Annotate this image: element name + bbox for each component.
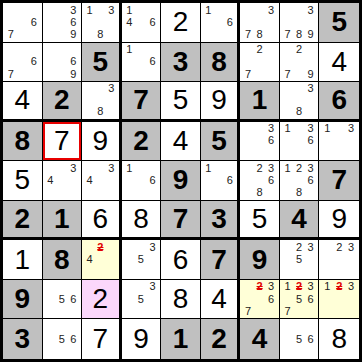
cell-r9c7[interactable]: 4 [240,319,280,359]
cell-r3c4[interactable]: 7 [122,82,162,122]
cell-r7c5[interactable]: 6 [161,240,201,280]
empty-candidate-slot [68,44,80,56]
empty-candidate-slot [254,147,266,159]
cell-r8c3[interactable]: 2 [82,280,122,320]
cell-r9c9[interactable]: 8 [319,319,359,359]
candidate-6: 6 [147,16,159,28]
solved-digit: 4 [331,48,347,76]
cell-r3c6[interactable]: 9 [201,82,241,122]
cell-r2c9[interactable]: 4 [319,43,359,83]
empty-candidate-slot [305,266,317,278]
empty-candidate-slot [282,4,294,16]
empty-candidate-slot [68,281,80,293]
cell-r4c2[interactable]: 7 [43,122,83,162]
empty-candidate-slot [282,56,294,68]
cell-r5c5[interactable]: 9 [161,161,201,201]
cell-r3c8[interactable]: 38 [280,82,320,122]
empty-candidate-slot [293,174,305,186]
cell-r7c7[interactable]: 9 [240,240,280,280]
cell-r9c6[interactable]: 2 [201,319,241,359]
solved-digit: 5 [14,166,30,194]
empty-candidate-slot [106,241,117,253]
given-digit: 2 [211,325,227,353]
candidate-grid: 24 [84,241,117,278]
empty-candidate-slot [28,68,40,80]
given-digit: 8 [54,246,70,274]
candidate-3: 3 [345,281,357,293]
candidate-1: 1 [282,281,294,293]
empty-candidate-slot [293,320,305,333]
empty-candidate-slot [17,56,29,68]
candidate-6: 6 [224,16,235,28]
cell-r7c6[interactable]: 7 [201,240,241,280]
empty-candidate-slot [345,293,357,305]
empty-candidate-slot [135,305,147,317]
cell-r9c5[interactable]: 1 [161,319,201,359]
empty-candidate-slot [84,106,95,118]
empty-candidate-slot [45,56,57,68]
given-digit: 1 [54,205,70,233]
empty-candidate-slot [124,241,136,253]
cell-r4c3[interactable]: 9 [82,122,122,162]
empty-candidate-slot [345,266,357,278]
empty-candidate-slot [293,147,305,159]
empty-candidate-slot [147,162,159,174]
cell-r8c1[interactable]: 9 [3,280,43,320]
candidate-5: 5 [56,333,68,346]
solved-digit: 4 [173,127,189,155]
empty-candidate-slot [56,187,68,199]
cell-r7c2[interactable]: 8 [43,240,83,280]
empty-candidate-slot [203,187,214,199]
cell-r1c4[interactable]: 146 [122,3,162,43]
empty-candidate-slot [265,44,277,56]
cell-r7c4[interactable]: 35 [122,240,162,280]
cell-r6c3[interactable]: 6 [82,201,122,241]
empty-candidate-slot [293,345,305,358]
empty-candidate-slot [305,56,317,68]
cell-r4c6[interactable]: 5 [201,122,241,162]
empty-candidate-slot [135,56,147,68]
empty-candidate-slot [56,345,68,358]
candidate-7: 7 [282,68,294,80]
given-digit: 9 [173,166,189,194]
solved-digit: 4 [14,86,30,114]
empty-candidate-slot [293,4,305,16]
candidate-1: 1 [124,44,136,56]
candidate-grid: 378 [242,4,277,41]
candidate-9: 9 [305,68,317,80]
cell-r5c1[interactable]: 5 [3,161,43,201]
candidate-5: 5 [135,293,147,305]
candidate-7: 7 [242,68,254,80]
empty-candidate-slot [321,135,333,147]
empty-candidate-slot [242,293,254,305]
empty-candidate-slot [45,68,57,80]
cell-r1c7[interactable]: 378 [240,3,280,43]
empty-candidate-slot [95,83,106,95]
empty-candidate-slot [45,187,57,199]
candidate-5: 5 [293,333,305,346]
cell-r3c9[interactable]: 6 [319,82,359,122]
cell-r2c6[interactable]: 8 [201,43,241,83]
empty-candidate-slot [254,56,266,68]
cell-r6c8[interactable]: 4 [280,201,320,241]
empty-candidate-slot [333,147,345,159]
candidate-2: 2 [293,162,305,174]
cell-r9c3[interactable]: 7 [82,319,122,359]
candidate-8: 8 [254,28,266,40]
empty-candidate-slot [333,123,345,135]
cell-r7c8[interactable]: 235 [280,240,320,280]
empty-candidate-slot [106,187,117,199]
candidate-3: 3 [305,241,317,253]
candidate-grid: 34 [45,162,80,199]
cell-r2c3[interactable]: 5 [82,43,122,83]
cell-r9c1[interactable]: 3 [3,319,43,359]
given-digit: 1 [252,86,268,114]
empty-candidate-slot [254,174,266,186]
cell-r8c8[interactable]: 123567 [280,280,320,320]
cell-r8c5[interactable]: 8 [161,280,201,320]
empty-candidate-slot [203,28,214,40]
candidate-4: 4 [84,254,95,266]
cell-r6c6[interactable]: 3 [201,201,241,241]
cell-r5c3[interactable]: 34 [82,161,122,201]
eliminated-candidate-2: 2 [254,281,266,293]
empty-candidate-slot [84,241,95,253]
cell-r8c2[interactable]: 56 [43,280,83,320]
empty-candidate-slot [242,147,254,159]
empty-candidate-slot [282,254,294,266]
given-digit: 7 [173,205,189,233]
cell-r5c6[interactable]: 16 [201,161,241,201]
cell-r6c7[interactable]: 5 [240,201,280,241]
empty-candidate-slot [95,16,106,28]
empty-candidate-slot [124,305,136,317]
empty-candidate-slot [68,305,80,317]
empty-candidate-slot [254,293,266,305]
cell-r8c9[interactable]: 123 [319,280,359,320]
empty-candidate-slot [305,254,317,266]
empty-candidate-slot [124,174,136,186]
candidate-7: 7 [242,28,254,40]
cell-r3c5[interactable]: 5 [161,82,201,122]
empty-candidate-slot [214,162,225,174]
cell-r5c8[interactable]: 12368 [280,161,320,201]
cell-r6c2[interactable]: 1 [43,201,83,241]
candidate-2: 2 [333,241,345,253]
empty-candidate-slot [124,68,136,80]
candidate-8: 8 [95,106,106,118]
candidate-6: 6 [147,174,159,186]
solved-digit: 1 [14,246,30,274]
cell-r2c1[interactable]: 67 [3,43,43,83]
empty-candidate-slot [293,56,305,68]
cell-r5c9[interactable]: 7 [319,161,359,201]
empty-candidate-slot [305,320,317,333]
candidate-8: 8 [293,106,305,118]
candidate-grid: 38 [282,83,317,118]
candidate-9: 9 [305,28,317,40]
candidate-8: 8 [95,28,106,40]
empty-candidate-slot [242,162,254,174]
empty-candidate-slot [305,95,317,107]
empty-candidate-slot [321,147,333,159]
cell-r6c5[interactable]: 7 [161,201,201,241]
cell-r7c1[interactable]: 1 [3,240,43,280]
candidate-3: 3 [106,4,117,16]
empty-candidate-slot [242,281,254,293]
empty-candidate-slot [106,95,117,107]
empty-candidate-slot [68,174,80,186]
empty-candidate-slot [56,305,68,317]
candidate-7: 7 [282,305,294,317]
empty-candidate-slot [147,305,159,317]
candidate-3: 3 [147,241,159,253]
candidate-3: 3 [345,123,357,135]
cell-r8c4[interactable]: 35 [122,280,162,320]
empty-candidate-slot [282,241,294,253]
candidate-1: 1 [203,162,214,174]
cell-r1c6[interactable]: 16 [201,3,241,43]
candidate-7: 7 [282,28,294,40]
cell-r5c4[interactable]: 16 [122,161,162,201]
cell-r4c5[interactable]: 4 [161,122,201,162]
cell-r3c7[interactable]: 1 [240,82,280,122]
empty-candidate-slot [45,16,57,28]
empty-candidate-slot [124,293,136,305]
empty-candidate-slot [321,266,333,278]
empty-candidate-slot [345,147,357,159]
empty-candidate-slot [147,187,159,199]
solved-digit: 2 [93,285,109,313]
cell-r8c6[interactable]: 4 [201,280,241,320]
empty-candidate-slot [293,305,305,317]
given-digit: 5 [211,127,227,155]
empty-candidate-slot [147,44,159,56]
cell-r2c7[interactable]: 27 [240,43,280,83]
empty-candidate-slot [124,187,136,199]
given-digit: 4 [252,325,268,353]
solved-digit: 9 [93,127,109,155]
cell-r9c8[interactable]: 56 [280,319,320,359]
empty-candidate-slot [124,281,136,293]
candidate-6: 6 [305,333,317,346]
candidate-6: 6 [147,56,159,68]
empty-candidate-slot [147,254,159,266]
candidate-6: 6 [265,174,277,186]
empty-candidate-slot [147,28,159,40]
candidate-3: 3 [305,123,317,135]
candidate-1: 1 [84,4,95,16]
cell-r9c4[interactable]: 9 [122,319,162,359]
eliminated-candidate-2: 2 [333,281,345,293]
candidate-4: 4 [124,16,136,28]
candidate-grid: 123567 [282,281,317,318]
candidate-3: 3 [305,83,317,95]
candidate-grid: 67 [5,44,40,81]
empty-candidate-slot [56,4,68,16]
given-digit: 3 [14,325,30,353]
solved-digit: 6 [173,246,189,274]
empty-candidate-slot [124,56,136,68]
cell-r1c2[interactable]: 369 [43,3,83,43]
candidate-grid: 13 [321,123,357,160]
cell-r6c4[interactable]: 8 [122,201,162,241]
candidate-grid: 123 [321,281,357,318]
empty-candidate-slot [265,68,277,80]
cell-r4c8[interactable]: 136 [280,122,320,162]
candidate-3: 3 [106,162,117,174]
candidate-grid: 369 [45,4,80,41]
empty-candidate-slot [224,187,235,199]
empty-candidate-slot [333,305,345,317]
candidate-4: 4 [84,174,95,186]
candidate-grid: 16 [203,162,236,199]
empty-candidate-slot [106,106,117,118]
empty-candidate-slot [214,187,225,199]
cell-r6c1[interactable]: 2 [3,201,43,241]
empty-candidate-slot [242,123,254,135]
cell-r2c8[interactable]: 279 [280,43,320,83]
empty-candidate-slot [45,281,57,293]
empty-candidate-slot [242,187,254,199]
empty-candidate-slot [282,174,294,186]
empty-candidate-slot [95,162,106,174]
cell-r8c7[interactable]: 2367 [240,280,280,320]
empty-candidate-slot [45,345,57,358]
candidate-6: 6 [224,174,235,186]
cell-r5c7[interactable]: 2368 [240,161,280,201]
empty-candidate-slot [242,44,254,56]
candidate-grid: 136 [282,123,317,160]
candidate-grid: 23 [321,241,357,278]
given-digit: 2 [54,86,70,114]
solved-digit: 6 [93,205,109,233]
empty-candidate-slot [293,83,305,95]
candidate-5: 5 [56,293,68,305]
given-digit: 2 [133,127,149,155]
cell-r1c3[interactable]: 138 [82,3,122,43]
empty-candidate-slot [124,28,136,40]
empty-candidate-slot [95,187,106,199]
empty-candidate-slot [147,68,159,80]
cell-r1c1[interactable]: 67 [3,3,43,43]
empty-candidate-slot [282,320,294,333]
solved-digit: 9 [331,205,347,233]
empty-candidate-slot [282,345,294,358]
cell-r1c8[interactable]: 3789 [280,3,320,43]
candidate-5: 5 [293,293,305,305]
cell-r3c3[interactable]: 38 [82,82,122,122]
candidate-8: 8 [293,187,305,199]
candidate-4: 4 [45,174,57,186]
solved-digit: 5 [173,86,189,114]
candidate-7: 7 [5,28,17,40]
candidate-6: 6 [28,56,40,68]
empty-candidate-slot [265,187,277,199]
candidate-grid: 16 [124,44,159,81]
empty-candidate-slot [5,4,17,16]
cell-r4c9[interactable]: 13 [319,122,359,162]
candidate-6: 6 [305,174,317,186]
empty-candidate-slot [84,95,95,107]
empty-candidate-slot [56,44,68,56]
empty-candidate-slot [305,187,317,199]
cell-r2c4[interactable]: 16 [122,43,162,83]
empty-candidate-slot [282,135,294,147]
candidate-3: 3 [106,83,117,95]
cell-r1c5[interactable]: 2 [161,3,201,43]
candidate-1: 1 [124,162,136,174]
cell-r7c3[interactable]: 24 [82,240,122,280]
candidate-grid: 235 [282,241,317,278]
candidate-6: 6 [305,293,317,305]
solved-digit: 8 [331,325,347,353]
empty-candidate-slot [254,135,266,147]
cell-r9c2[interactable]: 56 [43,319,83,359]
empty-candidate-slot [333,266,345,278]
cell-r6c9[interactable]: 9 [319,201,359,241]
solved-digit: 8 [133,205,149,233]
empty-candidate-slot [242,4,254,16]
empty-candidate-slot [224,162,235,174]
solved-digit: 7 [54,127,70,155]
solved-digit: 2 [173,8,189,36]
candidate-grid: 35 [124,241,159,278]
candidate-grid: 67 [5,4,40,41]
solved-digit: 7 [93,325,109,353]
cell-r1c9[interactable]: 5 [319,3,359,43]
cell-r5c2[interactable]: 34 [43,161,83,201]
cell-r7c9[interactable]: 23 [319,240,359,280]
empty-candidate-slot [293,16,305,28]
empty-candidate-slot [242,135,254,147]
cell-r2c5[interactable]: 3 [161,43,201,83]
empty-candidate-slot [321,241,333,253]
empty-candidate-slot [282,106,294,118]
cell-r3c2[interactable]: 2 [43,82,83,122]
cell-r4c4[interactable]: 2 [122,122,162,162]
eliminated-candidate-2: 2 [293,281,305,293]
cell-r4c1[interactable]: 8 [3,122,43,162]
empty-candidate-slot [17,44,29,56]
empty-candidate-slot [135,162,147,174]
cell-r3c1[interactable]: 4 [3,82,43,122]
cell-r4c7[interactable]: 36 [240,122,280,162]
empty-candidate-slot [5,44,17,56]
cell-r2c2[interactable]: 69 [43,43,83,83]
empty-candidate-slot [84,162,95,174]
candidate-9: 9 [68,68,80,80]
empty-candidate-slot [282,333,294,346]
empty-candidate-slot [282,266,294,278]
empty-candidate-slot [214,16,225,28]
empty-candidate-slot [203,174,214,186]
empty-candidate-slot [224,4,235,16]
candidate-grid: 12368 [282,162,317,199]
candidate-grid: 56 [45,320,80,358]
empty-candidate-slot [68,320,80,333]
empty-candidate-slot [135,16,147,28]
candidate-6: 6 [68,333,80,346]
candidate-grid: 3789 [282,4,317,41]
empty-candidate-slot [333,293,345,305]
candidate-grid: 2367 [242,281,277,318]
empty-candidate-slot [68,345,80,358]
candidate-1: 1 [282,162,294,174]
